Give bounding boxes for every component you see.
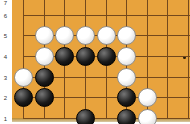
white-stone[interactable] <box>76 26 95 45</box>
black-stone[interactable] <box>35 68 54 87</box>
row-label-4: 4 <box>0 54 11 60</box>
white-stone[interactable] <box>35 47 54 66</box>
black-stone[interactable] <box>117 109 136 124</box>
grid-line-vertical <box>188 0 189 118</box>
white-stone[interactable] <box>117 68 136 87</box>
white-stone[interactable] <box>138 88 157 107</box>
black-stone[interactable] <box>55 47 74 66</box>
white-stone[interactable] <box>138 109 157 124</box>
white-stone[interactable] <box>55 26 74 45</box>
black-stone[interactable] <box>35 88 54 107</box>
row-label-6: 6 <box>0 13 11 19</box>
row-label-7: 7 <box>0 0 11 6</box>
black-stone[interactable] <box>97 47 116 66</box>
go-board-stage: 7654321 <box>0 0 190 124</box>
white-stone[interactable] <box>97 26 116 45</box>
white-stone[interactable] <box>117 26 136 45</box>
white-stone[interactable] <box>14 68 33 87</box>
black-stone[interactable] <box>76 109 95 124</box>
white-stone[interactable] <box>35 26 54 45</box>
row-label-1: 1 <box>0 116 11 122</box>
grid-line-vertical <box>167 0 168 118</box>
black-stone[interactable] <box>14 88 33 107</box>
white-stone[interactable] <box>117 47 136 66</box>
black-stone[interactable] <box>117 88 136 107</box>
row-label-2: 2 <box>0 95 11 101</box>
row-label-3: 3 <box>0 75 11 81</box>
grid-line-horizontal <box>23 118 190 119</box>
grid-line-horizontal <box>23 15 190 16</box>
row-label-5: 5 <box>0 33 11 39</box>
black-stone[interactable] <box>76 47 95 66</box>
